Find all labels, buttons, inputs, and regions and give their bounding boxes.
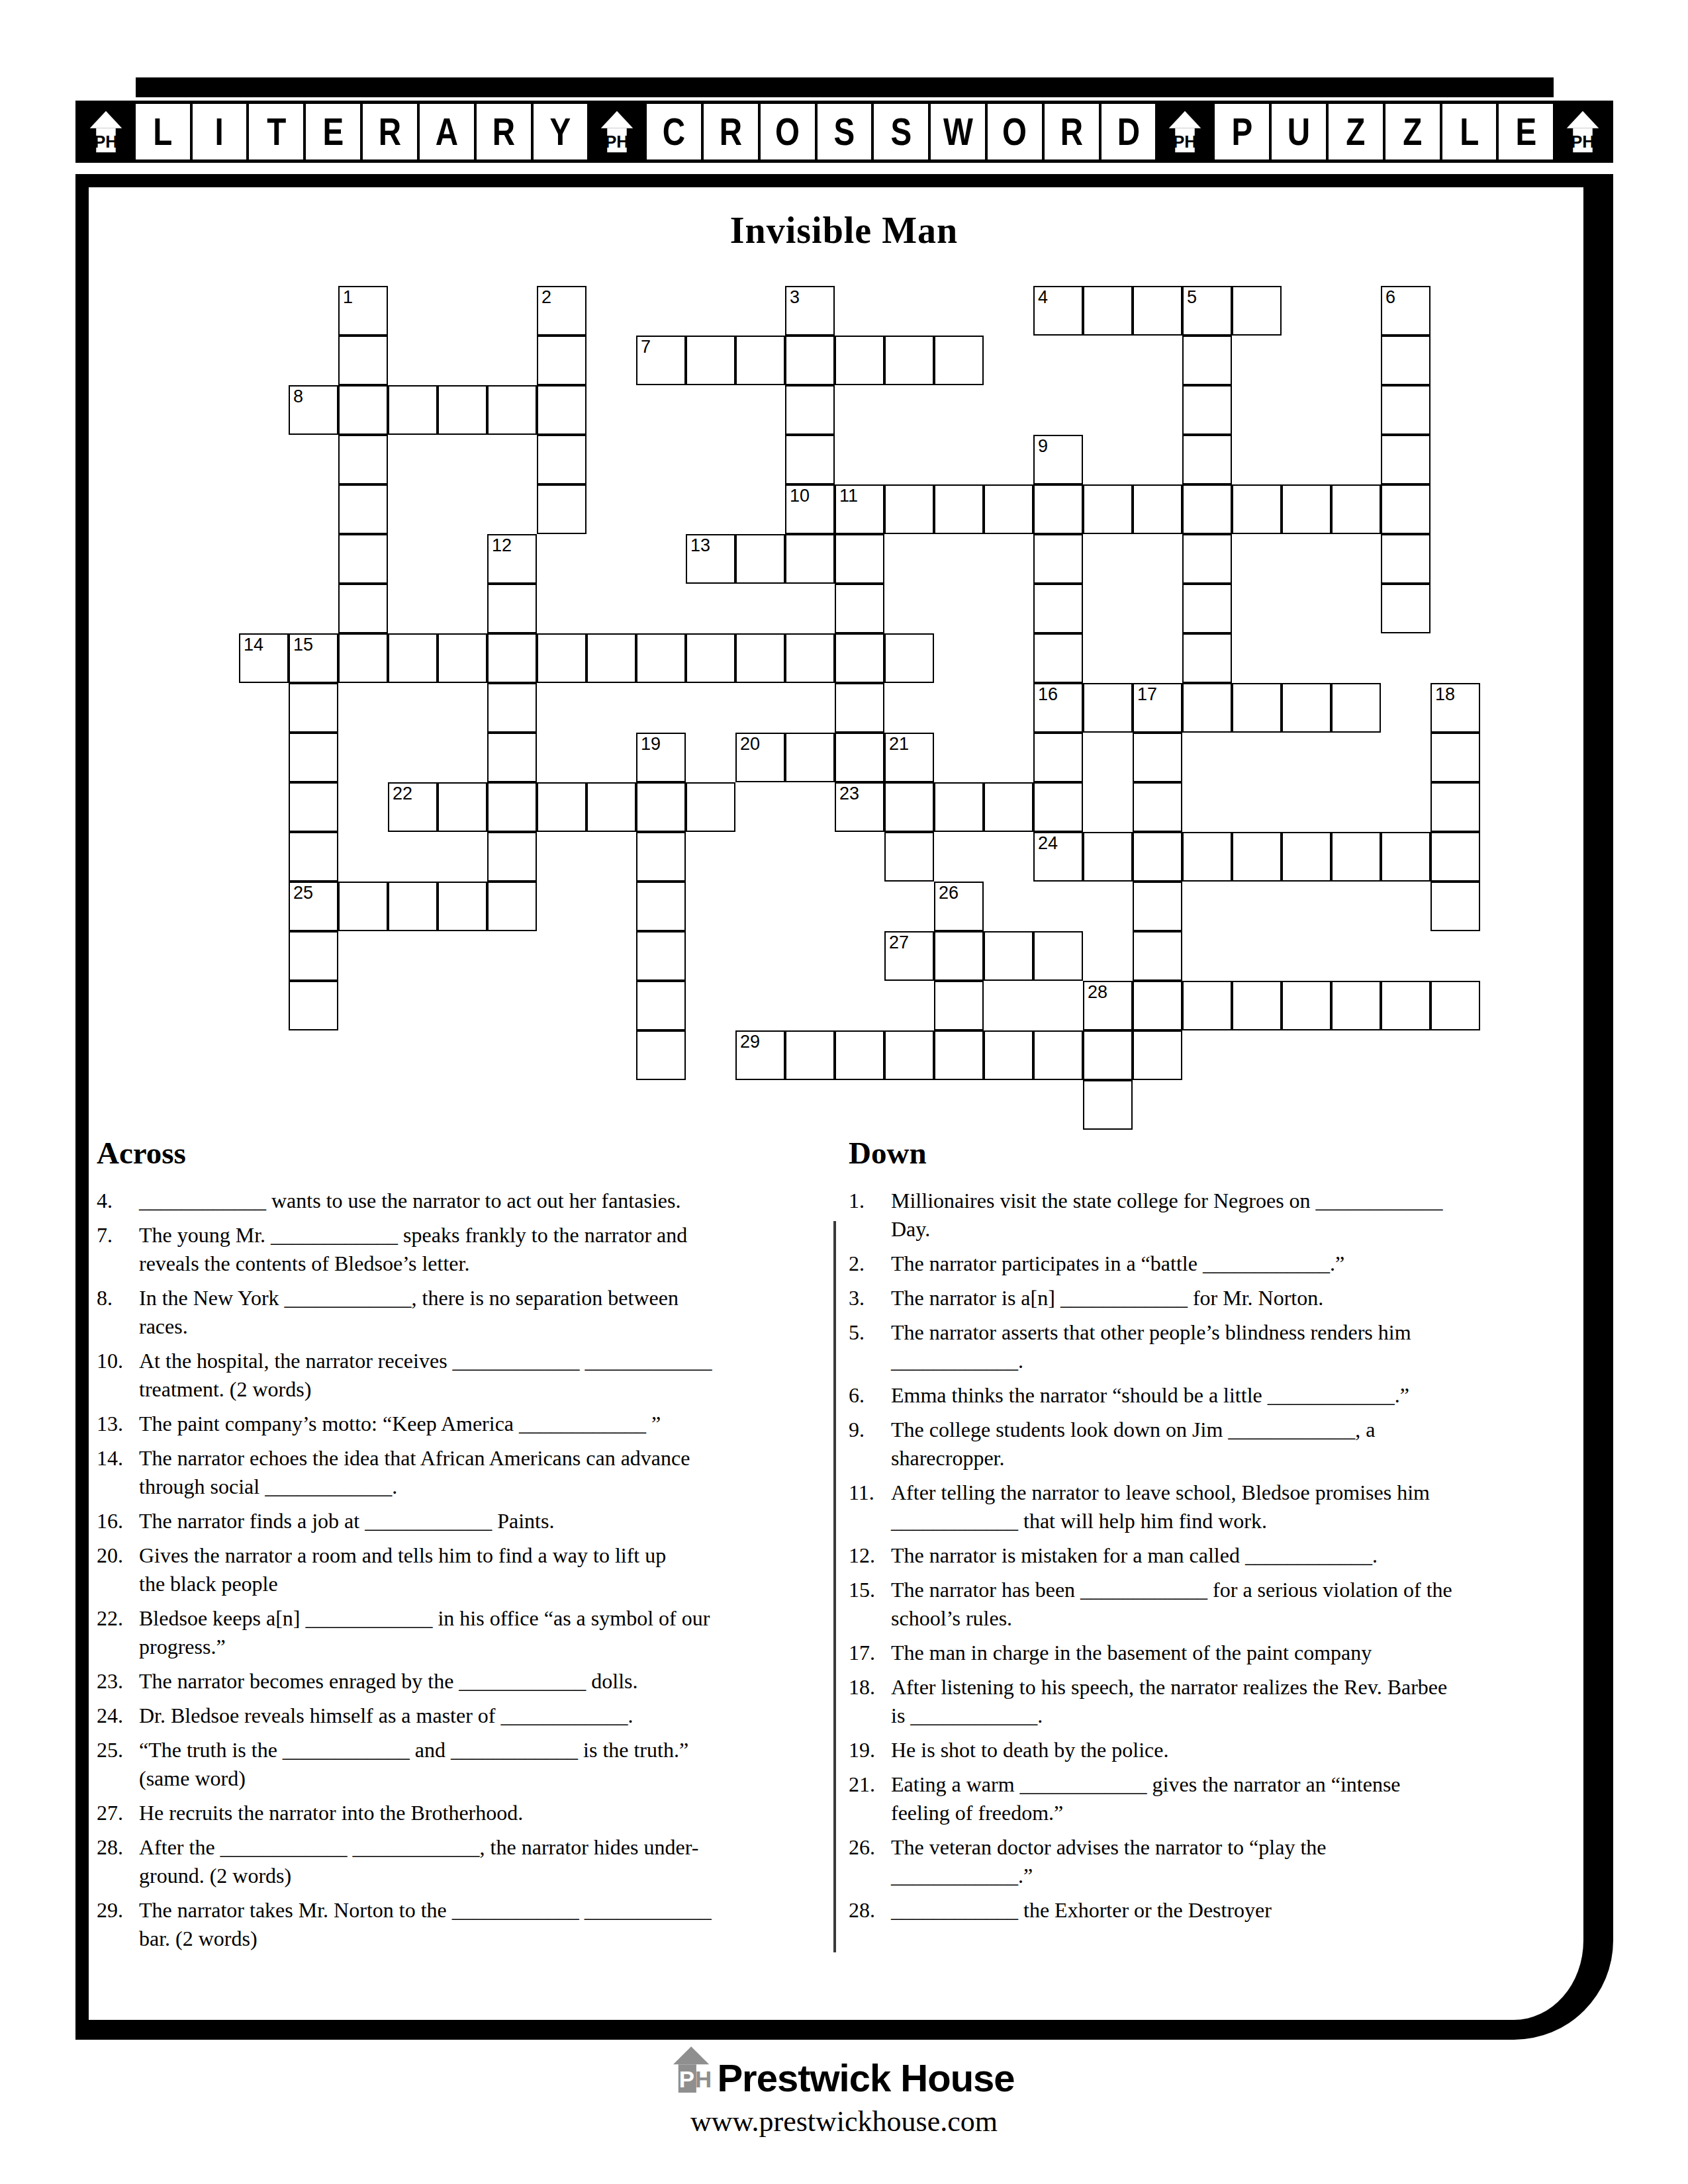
publisher-url[interactable]: www.prestwickhouse.com <box>690 2105 998 2138</box>
clue-number: 13. <box>97 1410 139 1438</box>
clue-text: The narrator takes Mr. Norton to the ___… <box>139 1896 712 1953</box>
banner-letter-tile: O <box>985 104 1042 159</box>
grid-cell[interactable] <box>884 633 934 683</box>
grid-cell[interactable] <box>338 435 388 484</box>
grid-cell[interactable]: 24 <box>1033 832 1083 882</box>
grid-cell[interactable] <box>1182 534 1232 584</box>
clue-number: 29. <box>97 1896 139 1953</box>
grid-cell[interactable] <box>1381 534 1430 584</box>
grid-cell[interactable] <box>1331 981 1381 1030</box>
clue-item: 27.He recruits the narrator into the Bro… <box>97 1799 806 1827</box>
clue-text: The narrator is mistaken for a man calle… <box>891 1541 1378 1570</box>
clue-number: 1. <box>849 1187 891 1244</box>
clue-number: 11. <box>849 1479 891 1535</box>
grid-cell[interactable]: 29 <box>735 1030 785 1080</box>
clue-item: 9.The college students look down on Jim … <box>849 1416 1587 1473</box>
grid-cell[interactable] <box>438 882 487 931</box>
grid-cell[interactable] <box>1282 981 1331 1030</box>
cell-number: 21 <box>889 735 909 753</box>
grid-cell[interactable] <box>1430 882 1480 931</box>
grid-cell[interactable]: 2 <box>537 286 586 336</box>
grid-cell[interactable]: 6 <box>1381 286 1430 336</box>
grid-cell[interactable] <box>338 534 388 584</box>
grid-cell[interactable] <box>785 633 835 683</box>
grid-cell[interactable]: 21 <box>884 733 934 782</box>
cell-number: 24 <box>1038 835 1058 852</box>
grid-cell[interactable] <box>537 336 586 385</box>
grid-cell[interactable] <box>1430 782 1480 832</box>
grid-cell[interactable] <box>636 981 686 1030</box>
grid-cell[interactable] <box>289 832 338 882</box>
banner-letter-tile: T <box>246 104 303 159</box>
grid-cell[interactable]: 25 <box>289 882 338 931</box>
grid-cell[interactable]: 17 <box>1133 683 1182 733</box>
clue-item: 24.Dr. Bledsoe reveals himself as a mast… <box>97 1702 806 1730</box>
grid-cell[interactable] <box>636 633 686 683</box>
cell-number: 3 <box>790 289 800 306</box>
clue-text: He is shot to death by the police. <box>891 1736 1168 1764</box>
grid-cell[interactable] <box>1182 385 1232 435</box>
grid-cell[interactable] <box>1083 484 1133 534</box>
grid-cell[interactable] <box>1133 1030 1182 1080</box>
clue-text: ____________ the Exhorter or the Destroy… <box>891 1896 1272 1925</box>
grid-cell[interactable] <box>1133 484 1182 534</box>
grid-cell[interactable] <box>1083 1080 1133 1130</box>
clue-item: 26.The veteran doctor advises the narrat… <box>849 1833 1587 1890</box>
grid-cell[interactable] <box>1232 484 1282 534</box>
grid-cell[interactable]: 16 <box>1033 683 1083 733</box>
clue-item: 22.Bledsoe keeps a[n] ____________ in hi… <box>97 1604 806 1661</box>
grid-cell[interactable] <box>1182 683 1232 733</box>
grid-cell[interactable] <box>289 981 338 1030</box>
grid-cell[interactable] <box>537 385 586 435</box>
grid-cell[interactable]: 1 <box>338 286 388 336</box>
grid-cell[interactable]: 14 <box>239 633 289 683</box>
clue-item: 14.The narrator echoes the idea that Afr… <box>97 1444 806 1501</box>
cell-number: 23 <box>839 785 859 803</box>
banner-letter: Z <box>1403 113 1422 151</box>
grid-cell[interactable] <box>785 1030 835 1080</box>
clue-number: 28. <box>849 1896 891 1925</box>
grid-cell[interactable] <box>735 534 785 584</box>
grid-cell[interactable] <box>1133 931 1182 981</box>
grid-cell[interactable] <box>1381 435 1430 484</box>
banner-letter-tile: E <box>1496 104 1553 159</box>
grid-cell[interactable] <box>1133 882 1182 931</box>
clue-item: 3.The narrator is a[n] ____________ for … <box>849 1284 1587 1312</box>
clue-text: Gives the narrator a room and tells him … <box>139 1541 666 1598</box>
clue-number: 3. <box>849 1284 891 1312</box>
clue-number: 25. <box>97 1736 139 1793</box>
grid-cell[interactable] <box>1133 733 1182 782</box>
clue-number: 8. <box>97 1284 139 1341</box>
clue-text: ____________ wants to use the narrator t… <box>139 1187 680 1215</box>
clue-item: 7.The young Mr. ____________ speaks fran… <box>97 1221 806 1278</box>
clue-number: 20. <box>97 1541 139 1598</box>
grid-cell[interactable]: 10 <box>785 484 835 534</box>
grid-cell[interactable] <box>735 336 785 385</box>
clue-item: 13.The paint company’s motto: “Keep Amer… <box>97 1410 806 1438</box>
clue-text: The narrator echoes the idea that Africa… <box>139 1444 690 1501</box>
svg-text:PH: PH <box>1571 132 1595 152</box>
grid-cell[interactable] <box>884 832 934 882</box>
clue-item: 20.Gives the narrator a room and tells h… <box>97 1541 806 1598</box>
banner-letter-tile: R <box>1042 104 1099 159</box>
grid-cell[interactable] <box>636 782 686 832</box>
grid-cell[interactable] <box>1430 733 1480 782</box>
grid-cell[interactable] <box>1232 286 1282 336</box>
grid-cell[interactable] <box>586 633 636 683</box>
grid-cell[interactable] <box>884 1030 934 1080</box>
grid-cell[interactable] <box>289 683 338 733</box>
grid-cell[interactable]: 27 <box>884 931 934 981</box>
cell-number: 5 <box>1187 289 1197 306</box>
clue-text: The college students look down on Jim __… <box>891 1416 1375 1473</box>
cell-number: 28 <box>1088 983 1107 1001</box>
grid-cell[interactable] <box>1182 435 1232 484</box>
grid-cell[interactable] <box>984 782 1033 832</box>
grid-cell[interactable]: 19 <box>636 733 686 782</box>
grid-cell[interactable] <box>1381 484 1430 534</box>
clue-text: Eating a warm ____________ gives the nar… <box>891 1770 1401 1827</box>
banner-letter: S <box>890 113 912 151</box>
cell-number: 26 <box>939 884 959 902</box>
clue-item: 16.The narrator finds a job at _________… <box>97 1507 806 1535</box>
grid-cell[interactable] <box>835 1030 884 1080</box>
banner-letter-tile: A <box>417 104 474 159</box>
clue-text: The narrator is a[n] ____________ for Mr… <box>891 1284 1323 1312</box>
grid-cell[interactable]: 13 <box>686 534 735 584</box>
grid-cell[interactable] <box>1033 782 1083 832</box>
grid-cell[interactable] <box>1083 286 1133 336</box>
grid-cell[interactable] <box>884 782 934 832</box>
clue-text: The narrator becomes enraged by the ____… <box>139 1667 638 1696</box>
banner-letter-tile: I <box>190 104 247 159</box>
cell-number: 29 <box>740 1033 760 1051</box>
clue-number: 6. <box>849 1381 891 1410</box>
grid-cell[interactable] <box>1182 981 1232 1030</box>
banner-letter: R <box>379 113 401 151</box>
ph-house-arrow-icon: PH <box>1553 104 1610 159</box>
grid-cell[interactable] <box>984 1030 1033 1080</box>
grid-cell[interactable]: 5 <box>1182 286 1232 336</box>
clue-number: 14. <box>97 1444 139 1501</box>
banner-letter-tile: Y <box>531 104 588 159</box>
clue-number: 18. <box>849 1673 891 1730</box>
grid-cell[interactable]: 3 <box>785 286 835 336</box>
clue-number: 9. <box>849 1416 891 1473</box>
grid-cell[interactable] <box>388 385 438 435</box>
grid-cell[interactable] <box>934 336 984 385</box>
clue-text: The narrator has been ____________ for a… <box>891 1576 1452 1633</box>
grid-cell[interactable] <box>1133 782 1182 832</box>
cell-number: 18 <box>1435 686 1455 704</box>
clue-text: The veteran doctor advises the narrator … <box>891 1833 1327 1890</box>
clue-number: 28. <box>97 1833 139 1890</box>
grid-cell[interactable] <box>1282 683 1331 733</box>
grid-cell[interactable] <box>1182 336 1232 385</box>
grid-cell[interactable] <box>1381 584 1430 633</box>
publisher-logo-icon: P H <box>673 2045 714 2099</box>
grid-cell[interactable] <box>338 336 388 385</box>
down-section: Down 1.Millionaires visit the state coll… <box>849 1135 1587 1931</box>
grid-cell[interactable]: 12 <box>487 534 537 584</box>
grid-cell[interactable] <box>1133 286 1182 336</box>
footer: P H Prestwick House www.prestwickhouse.c… <box>0 2045 1688 2138</box>
grid-cell[interactable] <box>1331 484 1381 534</box>
grid-cell[interactable] <box>1232 981 1282 1030</box>
cell-number: 22 <box>393 785 412 803</box>
grid-cell[interactable] <box>487 733 537 782</box>
grid-cell[interactable] <box>1331 832 1381 882</box>
grid-cell[interactable] <box>537 633 586 683</box>
banner-letter-tile: R <box>701 104 758 159</box>
grid-cell[interactable] <box>487 584 537 633</box>
clue-item: 2.The narrator participates in a “battle… <box>849 1250 1587 1278</box>
grid-cell[interactable] <box>1083 832 1133 882</box>
clue-column-divider <box>833 1221 836 1952</box>
clue-number: 21. <box>849 1770 891 1827</box>
clue-item: 18.After listening to his speech, the na… <box>849 1673 1587 1730</box>
grid-cell[interactable] <box>934 981 984 1030</box>
grid-cell[interactable] <box>1331 683 1381 733</box>
across-clue-list: 4.____________ wants to use the narrator… <box>97 1187 806 1953</box>
grid-cell[interactable] <box>1033 733 1083 782</box>
clue-text: He recruits the narrator into the Brothe… <box>139 1799 523 1827</box>
grid-cell[interactable] <box>586 782 636 832</box>
grid-cell[interactable] <box>1381 832 1430 882</box>
grid-cell[interactable] <box>835 584 884 633</box>
grid-cell[interactable]: 18 <box>1430 683 1480 733</box>
grid-cell[interactable] <box>984 931 1033 981</box>
banner-letter: T <box>267 113 286 151</box>
banner-letter-tile: L <box>1440 104 1497 159</box>
banner-letter: A <box>436 113 458 151</box>
grid-cell[interactable] <box>835 633 884 683</box>
cell-number: 7 <box>641 338 651 356</box>
clue-item: 4.____________ wants to use the narrator… <box>97 1187 806 1215</box>
grid-cell[interactable] <box>438 782 487 832</box>
clue-number: 27. <box>97 1799 139 1827</box>
page-title: Invisible Man <box>0 209 1688 251</box>
grid-cell[interactable] <box>438 633 487 683</box>
grid-cell[interactable] <box>785 733 835 782</box>
crossword-grid: 1234567891011121314151617181920212223242… <box>239 286 1480 1130</box>
clue-text: The paint company’s motto: “Keep America… <box>139 1410 661 1438</box>
clue-number: 24. <box>97 1702 139 1730</box>
banner-letter-tile: R <box>360 104 417 159</box>
clue-text: After listening to his speech, the narra… <box>891 1673 1447 1730</box>
grid-cell[interactable] <box>1232 683 1282 733</box>
grid-cell[interactable] <box>785 385 835 435</box>
banner-letter: I <box>215 113 224 151</box>
grid-cell[interactable]: 20 <box>735 733 785 782</box>
grid-cell[interactable] <box>1182 584 1232 633</box>
clue-number: 17. <box>849 1639 891 1667</box>
grid-cell[interactable] <box>1182 633 1232 683</box>
grid-cell[interactable] <box>289 733 338 782</box>
grid-cell[interactable] <box>1083 683 1133 733</box>
grid-cell[interactable] <box>289 782 338 832</box>
banner-letter-tile: Z <box>1383 104 1440 159</box>
clue-item: 15.The narrator has been ____________ fo… <box>849 1576 1587 1633</box>
cell-number: 15 <box>293 636 313 654</box>
grid-cell[interactable] <box>1033 534 1083 584</box>
clue-item: 28.____________ the Exhorter or the Dest… <box>849 1896 1587 1925</box>
clue-item: 11.After telling the narrator to leave s… <box>849 1479 1587 1535</box>
clue-text: The narrator asserts that other people’s… <box>891 1318 1411 1375</box>
grid-cell[interactable] <box>785 534 835 584</box>
grid-cell[interactable] <box>338 633 388 683</box>
grid-cell[interactable] <box>1033 484 1083 534</box>
clue-text: Emma thinks the narrator “should be a li… <box>891 1381 1409 1410</box>
grid-cell[interactable] <box>785 336 835 385</box>
banner-letter: S <box>834 113 855 151</box>
clue-text: In the New York ____________, there is n… <box>139 1284 679 1341</box>
banner-letter: O <box>1002 113 1027 151</box>
grid-cell[interactable] <box>388 882 438 931</box>
banner-letter: C <box>663 113 685 151</box>
grid-cell[interactable] <box>289 931 338 981</box>
grid-cell[interactable] <box>636 882 686 931</box>
cell-number: 16 <box>1038 686 1058 704</box>
grid-cell[interactable]: 26 <box>934 882 984 931</box>
grid-cell[interactable] <box>487 633 537 683</box>
grid-cell[interactable] <box>1182 832 1232 882</box>
grid-cell[interactable] <box>934 1030 984 1080</box>
banner-letter: Y <box>550 113 571 151</box>
clue-text: At the hospital, the narrator receives _… <box>139 1347 712 1404</box>
grid-cell[interactable] <box>636 832 686 882</box>
cell-number: 1 <box>343 289 353 306</box>
clue-text: Millionaires visit the state college for… <box>891 1187 1443 1244</box>
grid-cell[interactable] <box>487 832 537 882</box>
grid-cell[interactable] <box>636 1030 686 1080</box>
grid-cell[interactable] <box>835 336 884 385</box>
banner-letter: W <box>943 113 973 151</box>
grid-cell[interactable] <box>984 484 1033 534</box>
clue-item: 5.The narrator asserts that other people… <box>849 1318 1587 1375</box>
grid-cell[interactable] <box>1381 336 1430 385</box>
grid-cell[interactable]: 7 <box>636 336 686 385</box>
banner-letter-tile: R <box>474 104 531 159</box>
ph-house-arrow-icon: PH <box>587 104 644 159</box>
grid-cell[interactable] <box>338 882 388 931</box>
grid-cell[interactable] <box>835 534 884 584</box>
grid-cell[interactable] <box>1083 1030 1133 1080</box>
grid-cell[interactable] <box>487 683 537 733</box>
clue-text: After telling the narrator to leave scho… <box>891 1479 1430 1535</box>
grid-cell[interactable] <box>537 782 586 832</box>
grid-cell[interactable] <box>537 435 586 484</box>
grid-cell[interactable] <box>487 385 537 435</box>
grid-cell[interactable] <box>934 931 984 981</box>
clue-item: 1.Millionaires visit the state college f… <box>849 1187 1587 1244</box>
grid-cell[interactable] <box>1033 931 1083 981</box>
grid-cell[interactable] <box>338 484 388 534</box>
grid-cell[interactable] <box>1182 484 1232 534</box>
grid-cell[interactable] <box>1430 832 1480 882</box>
grid-cell[interactable] <box>686 782 735 832</box>
grid-cell[interactable]: 4 <box>1033 286 1083 336</box>
grid-cell[interactable] <box>438 385 487 435</box>
grid-cell[interactable]: 22 <box>388 782 438 832</box>
grid-cell[interactable] <box>735 633 785 683</box>
grid-cell[interactable] <box>934 782 984 832</box>
cell-number: 20 <box>740 735 760 753</box>
grid-cell[interactable] <box>1033 584 1083 633</box>
grid-cell[interactable] <box>338 385 388 435</box>
clue-item: 10.At the hospital, the narrator receive… <box>97 1347 806 1404</box>
grid-cell[interactable] <box>1282 832 1331 882</box>
banner-letter: D <box>1117 113 1139 151</box>
ph-house-arrow-icon: PH <box>1155 104 1212 159</box>
svg-text:P: P <box>679 2066 694 2092</box>
grid-cell[interactable] <box>686 336 735 385</box>
grid-cell[interactable]: 15 <box>289 633 338 683</box>
grid-cell[interactable] <box>785 435 835 484</box>
grid-cell[interactable] <box>1033 633 1083 683</box>
grid-cell[interactable] <box>1232 832 1282 882</box>
banner-letter-tile: L <box>133 104 190 159</box>
cell-number: 19 <box>641 735 661 753</box>
clue-item: 8.In the New York ____________, there is… <box>97 1284 806 1341</box>
clue-number: 19. <box>849 1736 891 1764</box>
grid-cell[interactable] <box>835 683 884 733</box>
cell-number: 27 <box>889 934 909 952</box>
grid-cell[interactable]: 8 <box>289 385 338 435</box>
grid-cell[interactable] <box>835 733 884 782</box>
banner-letter: Z <box>1346 113 1365 151</box>
grid-cell[interactable] <box>537 484 586 534</box>
grid-cell[interactable] <box>1381 385 1430 435</box>
grid-cell[interactable] <box>1381 981 1430 1030</box>
clue-number: 7. <box>97 1221 139 1278</box>
grid-cell[interactable]: 11 <box>835 484 884 534</box>
banner-letter: E <box>322 113 344 151</box>
down-clue-list: 1.Millionaires visit the state college f… <box>849 1187 1587 1925</box>
banner-letter-tile: O <box>758 104 815 159</box>
grid-cell[interactable] <box>1133 981 1182 1030</box>
grid-cell[interactable] <box>338 584 388 633</box>
grid-cell[interactable] <box>934 484 984 534</box>
clue-number: 16. <box>97 1507 139 1535</box>
grid-cell[interactable]: 28 <box>1083 981 1133 1030</box>
top-bar <box>136 77 1554 97</box>
grid-cell[interactable]: 23 <box>835 782 884 832</box>
grid-cell[interactable] <box>487 782 537 832</box>
grid-cell[interactable]: 9 <box>1033 435 1083 484</box>
svg-text:H: H <box>695 2066 712 2092</box>
clue-number: 26. <box>849 1833 891 1890</box>
grid-cell[interactable] <box>884 336 934 385</box>
grid-cell[interactable] <box>487 882 537 931</box>
grid-cell[interactable] <box>1282 484 1331 534</box>
grid-cell[interactable] <box>686 633 735 683</box>
banner-letter: P <box>1231 113 1252 151</box>
grid-cell[interactable] <box>1133 832 1182 882</box>
grid-cell[interactable] <box>1033 1030 1083 1080</box>
grid-cell[interactable] <box>1430 981 1480 1030</box>
cell-number: 6 <box>1385 289 1395 306</box>
grid-cell[interactable] <box>388 633 438 683</box>
banner-letter-tile: E <box>303 104 360 159</box>
clue-text: Dr. Bledsoe reveals himself as a master … <box>139 1702 633 1730</box>
banner-letter: O <box>775 113 800 151</box>
grid-cell[interactable] <box>884 484 934 534</box>
banner-letter-tile: Z <box>1326 104 1383 159</box>
grid-cell[interactable] <box>636 931 686 981</box>
